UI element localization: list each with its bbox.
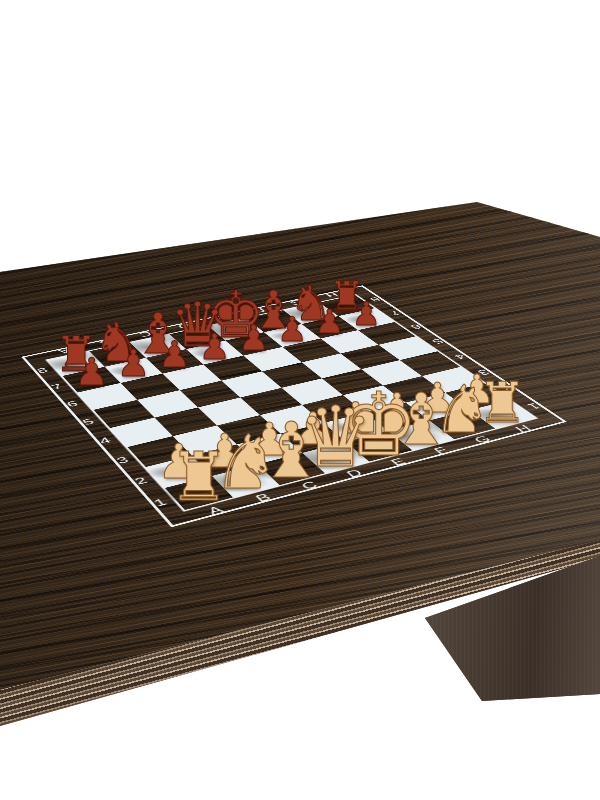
piece-red-pawn-b7[interactable]: ♟ — [117, 345, 150, 382]
piece-red-pawn-g7[interactable]: ♟ — [315, 305, 345, 338]
piece-red-pawn-d7[interactable]: ♟ — [199, 329, 231, 364]
piece-red-pawn-h7[interactable]: ♟ — [352, 298, 381, 330]
chess-table-scene: ABCDEFGH ABCDEFGH 87654321 87654321 ♜♞♝♛… — [0, 0, 600, 800]
piece-white-rook-a1[interactable]: ♜ — [169, 444, 229, 511]
piece-red-pawn-c7[interactable]: ♟ — [158, 337, 190, 373]
piece-red-pawn-a7[interactable]: ♟ — [74, 354, 108, 392]
piece-red-pawn-f7[interactable]: ♟ — [277, 313, 307, 347]
piece-red-pawn-e7[interactable]: ♟ — [238, 321, 269, 356]
